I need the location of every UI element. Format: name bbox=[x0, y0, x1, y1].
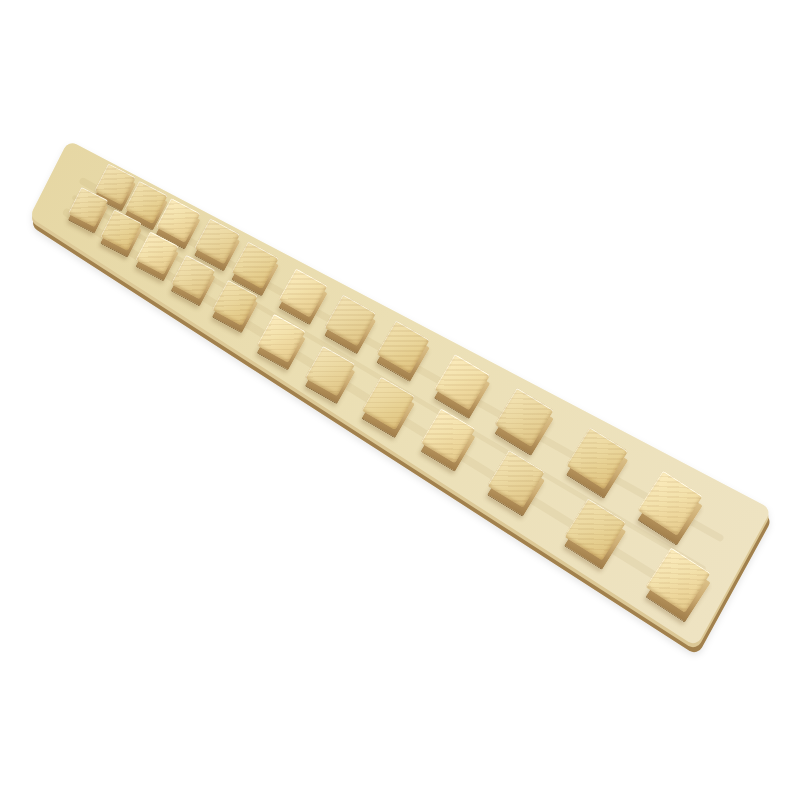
blocks-layer bbox=[0, 0, 800, 800]
product-photo-scene bbox=[0, 0, 800, 800]
